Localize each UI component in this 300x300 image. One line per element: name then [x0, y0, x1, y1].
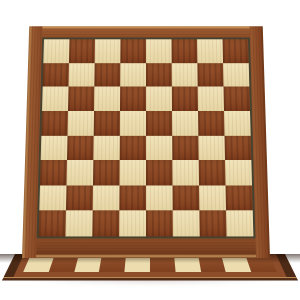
square-g4	[198, 135, 225, 160]
board-fillet-line	[37, 38, 256, 239]
square-f7	[172, 63, 198, 87]
square-b3	[66, 160, 93, 185]
square-h1	[226, 211, 253, 237]
square-g2	[199, 185, 226, 210]
square-b8	[69, 39, 95, 63]
square-d4	[120, 135, 146, 160]
square-f1	[173, 211, 200, 237]
square-g7	[197, 63, 223, 87]
board-frame	[22, 26, 270, 258]
square-a4	[41, 135, 68, 160]
square-h3	[225, 160, 252, 185]
square-e1	[146, 211, 173, 237]
square-e7	[146, 63, 172, 87]
square-d5	[120, 111, 146, 135]
square-a2	[39, 185, 66, 210]
square-e2	[146, 185, 173, 210]
square-h8	[223, 39, 249, 63]
square-a5	[41, 111, 68, 135]
square-h4	[224, 135, 251, 160]
square-b2	[66, 185, 93, 210]
square-g3	[199, 160, 226, 185]
square-b4	[67, 135, 94, 160]
square-c7	[94, 63, 120, 87]
square-c4	[93, 135, 120, 160]
square-g1	[199, 211, 226, 237]
square-b6	[68, 87, 94, 111]
square-c1	[92, 211, 119, 237]
square-a8	[43, 39, 69, 63]
square-h6	[224, 87, 250, 111]
square-d1	[119, 211, 146, 237]
square-d6	[120, 87, 146, 111]
chess-board	[22, 26, 270, 258]
square-b1	[65, 211, 92, 237]
square-f8	[172, 39, 198, 63]
square-h5	[224, 111, 251, 135]
flat-board-front-rim	[2, 277, 298, 280]
square-a1	[39, 211, 66, 237]
square-b5	[68, 111, 94, 135]
product-photo-stage	[0, 0, 300, 300]
square-e3	[146, 160, 173, 185]
board-grid	[39, 39, 254, 236]
square-f2	[173, 185, 200, 210]
square-e4	[146, 135, 172, 160]
square-f3	[172, 160, 199, 185]
square-f5	[172, 111, 198, 135]
square-c3	[93, 160, 120, 185]
square-f6	[172, 87, 198, 111]
board-frame-top	[29, 26, 263, 37]
square-e6	[146, 87, 172, 111]
square-a3	[40, 160, 67, 185]
square-c8	[95, 39, 121, 63]
square-f4	[172, 135, 199, 160]
square-h7	[223, 63, 249, 87]
square-g5	[198, 111, 224, 135]
square-d3	[119, 160, 146, 185]
board-frame-bottom	[22, 238, 270, 258]
square-b7	[68, 63, 94, 87]
square-a6	[42, 87, 68, 111]
square-g8	[197, 39, 223, 63]
square-c5	[94, 111, 120, 135]
square-c6	[94, 87, 120, 111]
square-d8	[120, 39, 146, 63]
square-d7	[120, 63, 146, 87]
square-d2	[119, 185, 146, 210]
square-c2	[93, 185, 120, 210]
square-g6	[198, 87, 224, 111]
square-e8	[146, 39, 172, 63]
flat-board	[0, 254, 300, 294]
square-h2	[226, 185, 253, 210]
square-e5	[146, 111, 172, 135]
square-a7	[43, 63, 69, 87]
